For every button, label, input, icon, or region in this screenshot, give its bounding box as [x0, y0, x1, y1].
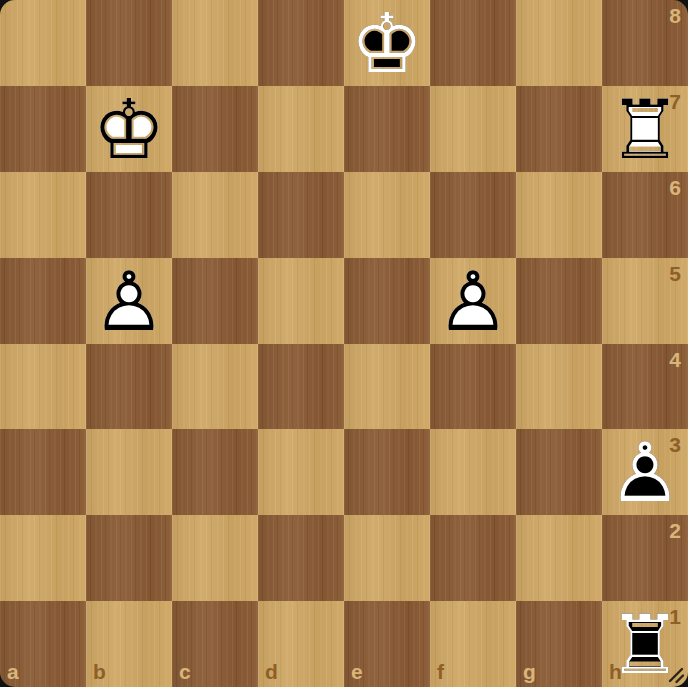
file-label-c: c: [179, 661, 191, 682]
square-d5[interactable]: [258, 258, 344, 344]
square-e7[interactable]: [344, 86, 430, 172]
white-king-outline: ♔: [92, 87, 166, 173]
square-a6[interactable]: [0, 172, 86, 258]
square-a1[interactable]: a: [0, 601, 86, 687]
square-h4[interactable]: 4: [602, 344, 688, 430]
square-h5[interactable]: 5: [602, 258, 688, 344]
square-d4[interactable]: [258, 344, 344, 430]
square-f6[interactable]: [430, 172, 516, 258]
square-e2[interactable]: [344, 515, 430, 601]
rank-label-8: 8: [669, 5, 681, 26]
square-d2[interactable]: [258, 515, 344, 601]
rank-label-4: 4: [669, 349, 681, 370]
square-a3[interactable]: [0, 429, 86, 515]
square-b8[interactable]: [86, 0, 172, 86]
square-h8[interactable]: 8: [602, 0, 688, 86]
file-label-g: g: [523, 661, 536, 682]
square-e1[interactable]: e: [344, 601, 430, 687]
square-a8[interactable]: [0, 0, 86, 86]
square-f1[interactable]: f: [430, 601, 516, 687]
square-f7[interactable]: [430, 86, 516, 172]
square-c4[interactable]: [172, 344, 258, 430]
white-pawn[interactable]: ♟♙: [430, 258, 516, 344]
square-d1[interactable]: d: [258, 601, 344, 687]
square-a5[interactable]: [0, 258, 86, 344]
square-h6[interactable]: 6: [602, 172, 688, 258]
square-b5[interactable]: ♟♙: [86, 258, 172, 344]
square-g5[interactable]: [516, 258, 602, 344]
square-d8[interactable]: [258, 0, 344, 86]
square-b3[interactable]: [86, 429, 172, 515]
square-d7[interactable]: [258, 86, 344, 172]
resize-handle-icon[interactable]: [664, 663, 686, 685]
square-h3[interactable]: 3♟♙: [602, 429, 688, 515]
file-label-h: h: [609, 661, 622, 682]
file-label-b: b: [93, 661, 106, 682]
rank-label-5: 5: [669, 263, 681, 284]
square-h7[interactable]: 7♜♖: [602, 86, 688, 172]
square-d3[interactable]: [258, 429, 344, 515]
square-g1[interactable]: g: [516, 601, 602, 687]
square-b2[interactable]: [86, 515, 172, 601]
square-g7[interactable]: [516, 86, 602, 172]
square-b1[interactable]: b: [86, 601, 172, 687]
square-e6[interactable]: [344, 172, 430, 258]
square-d6[interactable]: [258, 172, 344, 258]
white-king[interactable]: ♚♔: [86, 86, 172, 172]
black-king[interactable]: ♚♔: [344, 0, 430, 86]
rank-label-2: 2: [669, 520, 681, 541]
square-f4[interactable]: [430, 344, 516, 430]
square-f2[interactable]: [430, 515, 516, 601]
file-label-f: f: [437, 661, 444, 682]
square-c2[interactable]: [172, 515, 258, 601]
square-f3[interactable]: [430, 429, 516, 515]
square-e3[interactable]: [344, 429, 430, 515]
square-g3[interactable]: [516, 429, 602, 515]
square-c8[interactable]: [172, 0, 258, 86]
rank-label-3: 3: [669, 434, 681, 455]
square-f5[interactable]: ♟♙: [430, 258, 516, 344]
square-a7[interactable]: [0, 86, 86, 172]
page: ♚♔8♚♔7♜♖6♟♙♟♙543♟♙2abcdefg1h♜♖: [0, 0, 688, 687]
square-c5[interactable]: [172, 258, 258, 344]
white-pawn-outline: ♙: [436, 259, 510, 345]
chess-board[interactable]: ♚♔8♚♔7♜♖6♟♙♟♙543♟♙2abcdefg1h♜♖: [0, 0, 688, 687]
square-b7[interactable]: ♚♔: [86, 86, 172, 172]
square-a4[interactable]: [0, 344, 86, 430]
square-b6[interactable]: [86, 172, 172, 258]
rank-label-7: 7: [669, 91, 681, 112]
white-pawn[interactable]: ♟♙: [86, 258, 172, 344]
rank-label-6: 6: [669, 177, 681, 198]
square-g6[interactable]: [516, 172, 602, 258]
square-c3[interactable]: [172, 429, 258, 515]
square-g2[interactable]: [516, 515, 602, 601]
square-a2[interactable]: [0, 515, 86, 601]
rank-label-1: 1: [669, 606, 681, 627]
square-e5[interactable]: [344, 258, 430, 344]
file-label-e: e: [351, 661, 363, 682]
white-pawn-outline: ♙: [92, 259, 166, 345]
square-e8[interactable]: ♚♔: [344, 0, 430, 86]
square-g4[interactable]: [516, 344, 602, 430]
square-e4[interactable]: [344, 344, 430, 430]
black-king-outline: ♔: [350, 1, 424, 87]
square-h2[interactable]: 2: [602, 515, 688, 601]
square-g8[interactable]: [516, 0, 602, 86]
square-b4[interactable]: [86, 344, 172, 430]
square-c1[interactable]: c: [172, 601, 258, 687]
file-label-a: a: [7, 661, 19, 682]
square-f8[interactable]: [430, 0, 516, 86]
file-label-d: d: [265, 661, 278, 682]
square-c6[interactable]: [172, 172, 258, 258]
square-c7[interactable]: [172, 86, 258, 172]
